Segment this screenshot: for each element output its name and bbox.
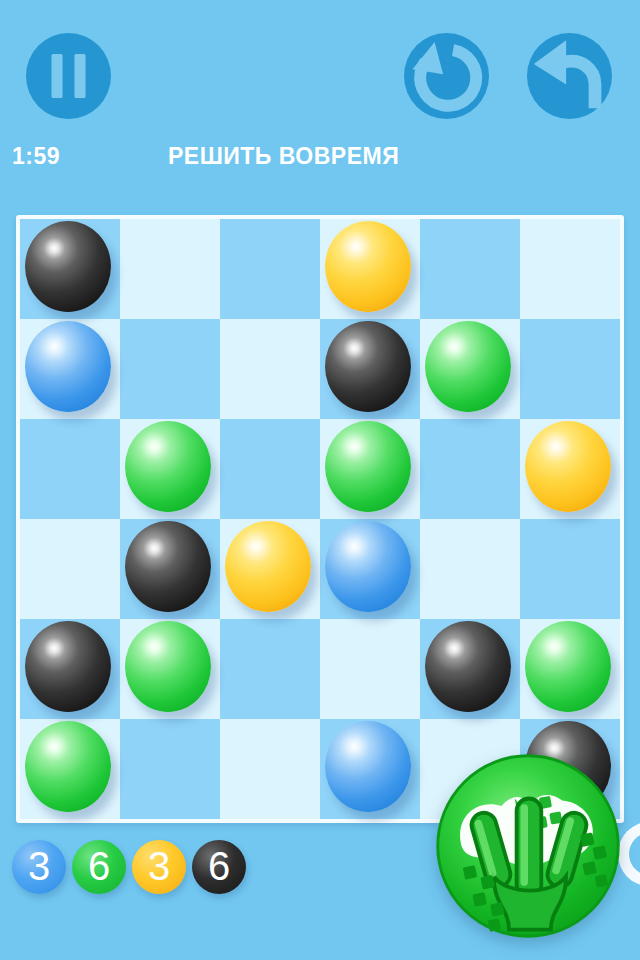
- ball-black[interactable]: [425, 621, 511, 712]
- board: [16, 215, 624, 823]
- ball-black[interactable]: [25, 621, 111, 712]
- undo-arrow-icon: [527, 33, 612, 119]
- green-ball-logo-icon: [433, 751, 623, 941]
- pause-icon: [26, 33, 111, 119]
- timer: 1:59: [12, 143, 60, 170]
- board-cell[interactable]: [520, 319, 620, 419]
- logo-button[interactable]: [433, 751, 623, 941]
- ball-green[interactable]: [325, 421, 411, 512]
- board-cell[interactable]: [420, 319, 520, 419]
- counter-black: 6: [192, 840, 246, 894]
- ball-green[interactable]: [525, 621, 611, 712]
- board-cell[interactable]: [220, 319, 320, 419]
- board-cell[interactable]: [220, 219, 320, 319]
- board-cell[interactable]: [20, 719, 120, 819]
- counter-green: 6: [72, 840, 126, 894]
- ball-green[interactable]: [125, 421, 211, 512]
- ball-green[interactable]: [25, 721, 111, 812]
- counters: 3636: [12, 840, 246, 894]
- board-cell[interactable]: [120, 419, 220, 519]
- ball-yellow[interactable]: [325, 221, 411, 312]
- counter-blue: 3: [12, 840, 66, 894]
- ball-blue[interactable]: [325, 721, 411, 812]
- restart-button[interactable]: [404, 33, 489, 119]
- ball-green[interactable]: [425, 321, 511, 412]
- board-cell[interactable]: [520, 619, 620, 719]
- game-screen: 1:59 РЕШИТЬ ВОВРЕМЯ 3636: [0, 0, 640, 960]
- level-title: РЕШИТЬ ВОВРЕМЯ: [168, 143, 399, 170]
- board-cell[interactable]: [120, 619, 220, 719]
- board-cell[interactable]: [420, 619, 520, 719]
- board-cell[interactable]: [120, 219, 220, 319]
- ball-black[interactable]: [25, 221, 111, 312]
- ball-yellow[interactable]: [225, 521, 311, 612]
- board-cell[interactable]: [20, 219, 120, 319]
- board-cell[interactable]: [20, 619, 120, 719]
- board-cell[interactable]: [220, 719, 320, 819]
- undo-button[interactable]: [527, 33, 612, 119]
- board-cell[interactable]: [320, 519, 420, 619]
- board-cell[interactable]: [120, 319, 220, 419]
- board-cell[interactable]: [320, 419, 420, 519]
- board-cell[interactable]: [520, 219, 620, 319]
- board-cell[interactable]: [120, 519, 220, 619]
- ball-yellow[interactable]: [525, 421, 611, 512]
- board-cell[interactable]: [420, 519, 520, 619]
- board-cell[interactable]: [220, 519, 320, 619]
- board-cell[interactable]: [220, 619, 320, 719]
- ball-black[interactable]: [125, 521, 211, 612]
- ball-green[interactable]: [125, 621, 211, 712]
- counter-yellow: 3: [132, 840, 186, 894]
- board-cell[interactable]: [520, 419, 620, 519]
- board-cell[interactable]: [20, 419, 120, 519]
- board-cell[interactable]: [420, 419, 520, 519]
- board-cell[interactable]: [120, 719, 220, 819]
- board-cell[interactable]: [20, 319, 120, 419]
- ball-blue[interactable]: [25, 321, 111, 412]
- board-cell[interactable]: [420, 219, 520, 319]
- ball-blue[interactable]: [325, 521, 411, 612]
- board-cell[interactable]: [320, 719, 420, 819]
- board-cell[interactable]: [320, 219, 420, 319]
- restart-icon: [404, 33, 489, 119]
- board-cell[interactable]: [220, 419, 320, 519]
- board-cell[interactable]: [20, 519, 120, 619]
- pause-button[interactable]: [26, 33, 111, 119]
- ball-black[interactable]: [325, 321, 411, 412]
- board-cell[interactable]: [320, 619, 420, 719]
- board-cell[interactable]: [520, 519, 620, 619]
- board-cell[interactable]: [320, 319, 420, 419]
